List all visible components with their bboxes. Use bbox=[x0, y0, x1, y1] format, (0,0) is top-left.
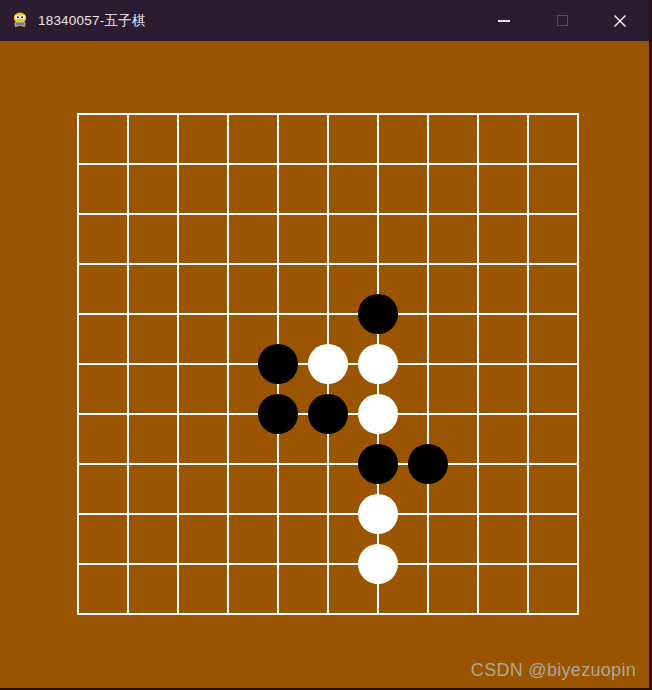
board-cell[interactable] bbox=[177, 413, 227, 463]
board-cell[interactable] bbox=[127, 163, 177, 213]
board-cell[interactable] bbox=[477, 263, 527, 313]
board-cell[interactable] bbox=[127, 113, 177, 163]
board-cell[interactable] bbox=[177, 163, 227, 213]
board-cell[interactable] bbox=[377, 363, 427, 413]
board-cell[interactable] bbox=[377, 163, 427, 213]
minimize-button[interactable] bbox=[475, 0, 533, 41]
board-cell[interactable] bbox=[77, 113, 127, 163]
board-cell[interactable] bbox=[227, 413, 277, 463]
app-window: 18340057-五子棋 ●●●●●●●●●●● CSDN @biyezuopi… bbox=[0, 0, 652, 690]
board-cell[interactable] bbox=[377, 513, 427, 563]
board-cell[interactable] bbox=[527, 263, 577, 313]
board-cell[interactable] bbox=[327, 413, 377, 463]
board-cell[interactable] bbox=[327, 563, 377, 613]
board-cell[interactable] bbox=[427, 513, 477, 563]
board-cell[interactable] bbox=[427, 163, 477, 213]
board-cell[interactable] bbox=[177, 213, 227, 263]
board-cell[interactable] bbox=[277, 313, 327, 363]
board-cell[interactable] bbox=[77, 563, 127, 613]
board-cell[interactable] bbox=[377, 213, 427, 263]
board-cell[interactable] bbox=[427, 263, 477, 313]
close-icon bbox=[613, 14, 627, 28]
board-cell[interactable] bbox=[327, 313, 377, 363]
close-button[interactable] bbox=[591, 0, 649, 41]
board-cell[interactable] bbox=[327, 513, 377, 563]
board-cell[interactable] bbox=[477, 163, 527, 213]
board-cell[interactable] bbox=[277, 463, 327, 513]
window-controls bbox=[475, 0, 649, 41]
board-cell[interactable] bbox=[277, 363, 327, 413]
board-cell[interactable] bbox=[77, 163, 127, 213]
maximize-button[interactable] bbox=[533, 0, 591, 41]
board-cell[interactable] bbox=[327, 163, 377, 213]
board-cell[interactable] bbox=[127, 413, 177, 463]
board-cell[interactable] bbox=[277, 513, 327, 563]
board-cell[interactable] bbox=[277, 213, 327, 263]
title-bar: 18340057-五子棋 bbox=[0, 0, 649, 41]
board-cell[interactable] bbox=[377, 563, 427, 613]
board-cell[interactable] bbox=[527, 563, 577, 613]
board-cell[interactable] bbox=[277, 413, 327, 463]
board-cell[interactable] bbox=[127, 563, 177, 613]
board-cell[interactable] bbox=[127, 463, 177, 513]
board-cell[interactable] bbox=[377, 313, 427, 363]
maximize-icon bbox=[557, 15, 568, 26]
window-title: 18340057-五子棋 bbox=[38, 12, 145, 30]
game-area: ●●●●●●●●●●● CSDN @biyezuopin bbox=[0, 41, 649, 688]
board-cell[interactable] bbox=[77, 263, 127, 313]
board-cell[interactable] bbox=[77, 213, 127, 263]
board-cell[interactable] bbox=[427, 363, 477, 413]
board-cell[interactable] bbox=[477, 513, 527, 563]
gomoku-board bbox=[77, 113, 579, 615]
minimize-icon bbox=[498, 20, 510, 22]
board-cell[interactable] bbox=[227, 363, 277, 413]
board-cell[interactable] bbox=[327, 463, 377, 513]
board-cell[interactable] bbox=[477, 313, 527, 363]
board-cell[interactable] bbox=[377, 113, 427, 163]
board-cell[interactable] bbox=[227, 563, 277, 613]
board-cell[interactable] bbox=[527, 463, 577, 513]
board-cell[interactable] bbox=[77, 463, 127, 513]
board-cell[interactable] bbox=[227, 163, 277, 213]
board-cell[interactable] bbox=[227, 463, 277, 513]
board-cell[interactable] bbox=[277, 113, 327, 163]
board-cell[interactable] bbox=[327, 113, 377, 163]
board-cell[interactable] bbox=[477, 413, 527, 463]
board-cell[interactable] bbox=[177, 513, 227, 563]
board-cell[interactable] bbox=[527, 313, 577, 363]
board-cell[interactable] bbox=[527, 413, 577, 463]
board-cell[interactable] bbox=[77, 513, 127, 563]
board-cell[interactable] bbox=[177, 463, 227, 513]
board-cell[interactable] bbox=[127, 363, 177, 413]
board-cell[interactable] bbox=[477, 463, 527, 513]
board-cell[interactable] bbox=[427, 213, 477, 263]
board-cell[interactable] bbox=[177, 563, 227, 613]
watermark: CSDN @biyezuopin bbox=[471, 660, 636, 681]
board-cell[interactable] bbox=[277, 263, 327, 313]
board-cell[interactable] bbox=[227, 113, 277, 163]
board-cell[interactable] bbox=[77, 363, 127, 413]
board-cell[interactable] bbox=[427, 113, 477, 163]
board-cell[interactable] bbox=[227, 313, 277, 363]
board-cell[interactable] bbox=[477, 113, 527, 163]
board-cell[interactable] bbox=[527, 363, 577, 413]
board-cell[interactable] bbox=[427, 563, 477, 613]
board-cell[interactable] bbox=[77, 313, 127, 363]
board-cell[interactable] bbox=[227, 513, 277, 563]
board-cell[interactable] bbox=[477, 363, 527, 413]
pygame-snake-icon bbox=[10, 11, 30, 31]
board-cell[interactable] bbox=[527, 113, 577, 163]
board-cell[interactable] bbox=[477, 563, 527, 613]
board-cell[interactable] bbox=[277, 163, 327, 213]
board-cell[interactable] bbox=[327, 213, 377, 263]
board-cell[interactable] bbox=[177, 363, 227, 413]
board-cell[interactable] bbox=[377, 413, 427, 463]
board-cell[interactable] bbox=[477, 213, 527, 263]
board-cell[interactable] bbox=[227, 213, 277, 263]
board-cell[interactable] bbox=[327, 263, 377, 313]
board-cell[interactable] bbox=[427, 463, 477, 513]
board-cell[interactable] bbox=[527, 513, 577, 563]
board-cell[interactable] bbox=[327, 363, 377, 413]
board-cell[interactable] bbox=[127, 313, 177, 363]
board-cell[interactable] bbox=[127, 213, 177, 263]
board-cell[interactable] bbox=[527, 163, 577, 213]
board-cell[interactable] bbox=[177, 113, 227, 163]
board-cell[interactable] bbox=[527, 213, 577, 263]
board-cell[interactable] bbox=[177, 313, 227, 363]
board-cell[interactable] bbox=[77, 413, 127, 463]
board-cell[interactable] bbox=[127, 263, 177, 313]
board-cell[interactable] bbox=[127, 513, 177, 563]
board-cell[interactable] bbox=[427, 413, 477, 463]
board-cell[interactable] bbox=[177, 263, 227, 313]
board-cell[interactable] bbox=[277, 563, 327, 613]
board-cell[interactable] bbox=[377, 263, 427, 313]
board-cell[interactable] bbox=[377, 463, 427, 513]
board-cell[interactable] bbox=[227, 263, 277, 313]
board-cell[interactable] bbox=[427, 313, 477, 363]
